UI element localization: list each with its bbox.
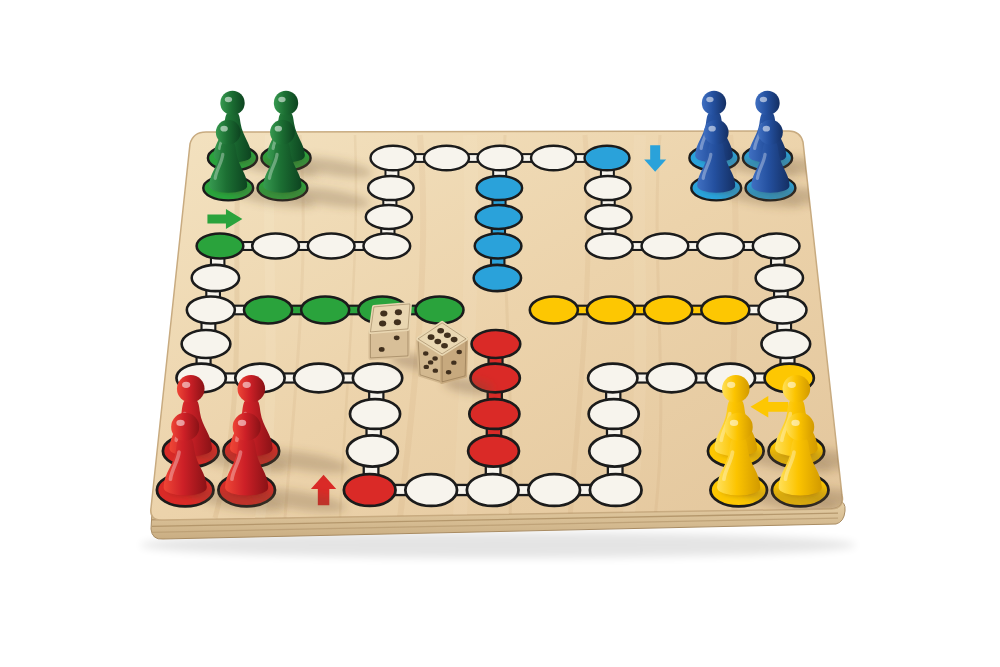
pawn-head-highlight (763, 126, 770, 132)
pawn-head (722, 375, 750, 403)
die-left-pip-5 (433, 368, 438, 372)
home-cell-red-1 (468, 435, 519, 466)
pawn-head (758, 120, 783, 145)
home-cell-green-2 (301, 296, 349, 323)
pawn-head (233, 413, 261, 441)
pawn-head (171, 413, 199, 441)
pawn-head (238, 375, 266, 403)
track-cell-u3v2 (366, 205, 412, 229)
die-top-pip-3 (434, 339, 441, 345)
home-cell-red-4 (472, 330, 521, 358)
track-cell-u4v0 (424, 146, 469, 171)
die-top-pip-5 (441, 343, 448, 349)
pawn-head (786, 413, 814, 441)
pawn-head-highlight (225, 97, 232, 103)
track-cell-u2v7 (294, 364, 343, 393)
pawn-head (270, 120, 295, 145)
home-cell-red-2 (469, 399, 519, 429)
ludo-board (0, 0, 1000, 667)
die-right-pip-2 (451, 360, 456, 364)
start-cell-blue (585, 146, 630, 171)
die-left-pip-4 (424, 365, 429, 369)
track-cell-u7v8 (589, 399, 639, 429)
track-cell-u6v10 (528, 474, 580, 506)
pawn-head-highlight (220, 126, 227, 132)
track-cell-u10v6 (761, 330, 810, 358)
home-cell-yellow-1 (701, 296, 749, 323)
pawn-head (783, 375, 811, 403)
home-cell-yellow-2 (644, 296, 692, 323)
track-cell-u0v5 (187, 296, 235, 323)
pawn-head-highlight (727, 382, 735, 388)
track-cell-u5v0 (478, 146, 523, 171)
pawn-head (220, 91, 244, 115)
die-top-pip-4 (394, 319, 401, 325)
die-top-pip-1 (428, 334, 435, 340)
track-cell-u10v4 (756, 265, 803, 291)
track-cell-u7v10 (590, 474, 642, 506)
die-top-pip-2 (437, 328, 444, 334)
track-cell-u10v5 (758, 296, 806, 323)
die-top-pip-6 (451, 337, 458, 343)
die-right-pip-1 (457, 350, 462, 354)
pawn-head (725, 413, 753, 441)
die-2[interactable] (418, 323, 466, 382)
track-cell-u6v0 (531, 146, 576, 171)
track-cell-u1v3 (252, 233, 299, 258)
track-cell-u3v8 (350, 399, 400, 429)
pawn-head-highlight (176, 420, 184, 426)
home-cell-green-4 (415, 296, 463, 323)
track-cell-u3v0 (371, 146, 416, 171)
pawn-head (274, 91, 298, 115)
pawn-head-highlight (278, 97, 285, 103)
die-right-pip-3 (446, 370, 451, 374)
die-top-pip-4 (444, 332, 451, 338)
die-top-face (370, 304, 410, 332)
pawn-head-highlight (788, 382, 796, 388)
track-cell-u7v7 (588, 364, 637, 393)
track-cell-u2v3 (308, 233, 355, 258)
pawn-head (216, 120, 241, 145)
track-cell-u4v10 (405, 474, 457, 506)
pawn-head-highlight (275, 126, 282, 132)
pawn-head-highlight (238, 420, 246, 426)
pawn-head (704, 120, 729, 145)
home-cell-blue-3 (475, 233, 522, 258)
die-front-pip-2 (379, 347, 385, 352)
home-cell-blue-2 (476, 205, 522, 229)
product-photo-stage (0, 0, 1000, 667)
home-cell-green-1 (244, 296, 292, 323)
home-cell-yellow-3 (587, 296, 635, 323)
pawn-head-highlight (760, 97, 767, 103)
track-cell-u0v6 (182, 330, 231, 358)
pawn-head-highlight (706, 97, 713, 103)
die-front-pip-1 (394, 335, 400, 340)
die-left-pip-1 (423, 351, 428, 355)
start-cell-green (197, 233, 244, 258)
home-cell-blue-4 (474, 265, 521, 291)
pawn-head (702, 91, 726, 115)
pawn-head-highlight (243, 382, 251, 388)
track-cell-u7v3 (586, 233, 633, 258)
die-1[interactable] (370, 304, 410, 358)
pawn-head (755, 91, 779, 115)
die-left-pip-3 (428, 360, 433, 364)
pawn-head (177, 375, 205, 403)
track-cell-u3v9 (347, 435, 398, 466)
start-cell-red (344, 474, 396, 506)
track-cell-u5v10 (467, 474, 519, 506)
track-cell-u7v2 (585, 205, 631, 229)
track-cell-u7v9 (589, 435, 640, 466)
track-cell-u3v3 (363, 233, 410, 258)
pawn-head-highlight (708, 126, 715, 132)
home-cell-yellow-4 (530, 296, 578, 323)
pawn-head-highlight (182, 382, 190, 388)
pawn-head-highlight (730, 420, 738, 426)
die-top-pip-3 (379, 321, 386, 327)
die-top-pip-1 (380, 311, 387, 317)
track-cell-u3v7 (353, 364, 402, 393)
die-left-pip-2 (432, 356, 437, 360)
track-cell-u7v1 (585, 176, 631, 200)
track-cell-u0v4 (192, 265, 239, 291)
track-cell-u10v3 (753, 233, 800, 258)
track-cell-u8v3 (642, 233, 689, 258)
track-cell-u3v1 (368, 176, 414, 200)
pawn-head-highlight (791, 420, 799, 426)
die-top-pip-2 (395, 309, 402, 315)
track-cell-u8v7 (647, 364, 696, 393)
track-cell-u9v3 (697, 233, 744, 258)
home-cell-blue-1 (477, 176, 523, 200)
